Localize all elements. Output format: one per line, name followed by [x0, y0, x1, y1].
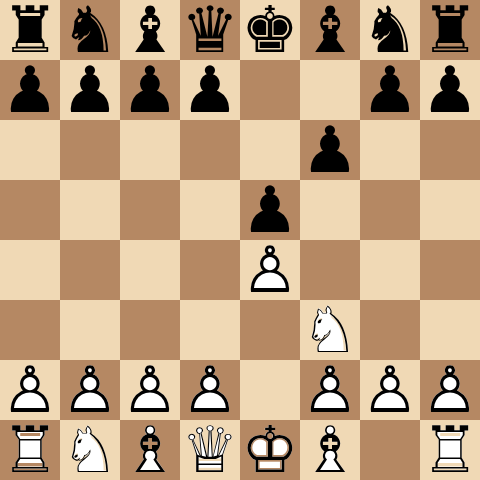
square-c8[interactable]: ♝ [120, 0, 180, 60]
square-d8[interactable]: ♛ [180, 0, 240, 60]
square-b1[interactable]: ♞♘ [60, 420, 120, 480]
black-piece-glyph: ♟ [300, 120, 360, 180]
white-rook-piece[interactable]: ♜♖ [420, 420, 480, 480]
square-h2[interactable]: ♟♙ [420, 360, 480, 420]
square-e3[interactable] [240, 300, 300, 360]
square-f8[interactable]: ♝ [300, 0, 360, 60]
square-a2[interactable]: ♟♙ [0, 360, 60, 420]
white-piece-fill-glyph: ♛ [180, 420, 240, 480]
white-piece-fill-glyph: ♟ [240, 240, 300, 300]
white-piece-fill-glyph: ♟ [180, 360, 240, 420]
black-piece-glyph: ♟ [360, 60, 420, 120]
white-piece-fill-glyph: ♟ [300, 360, 360, 420]
white-rook-piece[interactable]: ♜♖ [0, 420, 60, 480]
square-a6[interactable] [0, 120, 60, 180]
white-pawn-piece[interactable]: ♟♙ [240, 240, 300, 300]
square-f1[interactable]: ♝♗ [300, 420, 360, 480]
square-c3[interactable] [120, 300, 180, 360]
white-piece-outline-glyph: ♙ [300, 360, 360, 420]
square-e1[interactable]: ♚♔ [240, 420, 300, 480]
black-bishop-piece[interactable]: ♝ [300, 0, 360, 60]
black-piece-glyph: ♞ [360, 0, 420, 60]
white-piece-outline-glyph: ♖ [420, 420, 480, 480]
square-c1[interactable]: ♝♗ [120, 420, 180, 480]
square-b2[interactable]: ♟♙ [60, 360, 120, 420]
square-d2[interactable]: ♟♙ [180, 360, 240, 420]
square-b5[interactable] [60, 180, 120, 240]
black-pawn-piece[interactable]: ♟ [360, 60, 420, 120]
white-piece-outline-glyph: ♖ [0, 420, 60, 480]
square-h7[interactable]: ♟ [420, 60, 480, 120]
black-rook-piece[interactable]: ♜ [0, 0, 60, 60]
white-piece-fill-glyph: ♞ [300, 300, 360, 360]
white-bishop-piece[interactable]: ♝♗ [300, 420, 360, 480]
white-piece-outline-glyph: ♙ [420, 360, 480, 420]
white-piece-fill-glyph: ♝ [120, 420, 180, 480]
square-g3[interactable] [360, 300, 420, 360]
square-b6[interactable] [60, 120, 120, 180]
black-knight-piece[interactable]: ♞ [60, 0, 120, 60]
white-piece-fill-glyph: ♞ [60, 420, 120, 480]
white-knight-piece[interactable]: ♞♘ [60, 420, 120, 480]
white-pawn-piece[interactable]: ♟♙ [180, 360, 240, 420]
black-piece-glyph: ♝ [120, 0, 180, 60]
square-e8[interactable]: ♚ [240, 0, 300, 60]
white-bishop-piece[interactable]: ♝♗ [120, 420, 180, 480]
square-b8[interactable]: ♞ [60, 0, 120, 60]
square-h8[interactable]: ♜ [420, 0, 480, 60]
square-d1[interactable]: ♛♕ [180, 420, 240, 480]
white-piece-outline-glyph: ♙ [180, 360, 240, 420]
square-b7[interactable]: ♟ [60, 60, 120, 120]
square-f4[interactable] [300, 240, 360, 300]
white-piece-outline-glyph: ♙ [0, 360, 60, 420]
square-a4[interactable] [0, 240, 60, 300]
white-pawn-piece[interactable]: ♟♙ [420, 360, 480, 420]
square-b3[interactable] [60, 300, 120, 360]
black-piece-glyph: ♛ [180, 0, 240, 60]
square-e5[interactable]: ♟ [240, 180, 300, 240]
square-a1[interactable]: ♜♖ [0, 420, 60, 480]
square-g5[interactable] [360, 180, 420, 240]
black-rook-piece[interactable]: ♜ [420, 0, 480, 60]
black-pawn-piece[interactable]: ♟ [240, 180, 300, 240]
square-g2[interactable]: ♟♙ [360, 360, 420, 420]
white-piece-outline-glyph: ♕ [180, 420, 240, 480]
white-piece-outline-glyph: ♔ [240, 420, 300, 480]
square-g4[interactable] [360, 240, 420, 300]
black-pawn-piece[interactable]: ♟ [60, 60, 120, 120]
white-piece-outline-glyph: ♘ [300, 300, 360, 360]
square-d4[interactable] [180, 240, 240, 300]
black-piece-glyph: ♞ [60, 0, 120, 60]
white-piece-fill-glyph: ♜ [0, 420, 60, 480]
black-piece-glyph: ♝ [300, 0, 360, 60]
square-a5[interactable] [0, 180, 60, 240]
black-queen-piece[interactable]: ♛ [180, 0, 240, 60]
white-piece-outline-glyph: ♙ [120, 360, 180, 420]
square-d5[interactable] [180, 180, 240, 240]
white-piece-outline-glyph: ♗ [120, 420, 180, 480]
white-piece-fill-glyph: ♟ [60, 360, 120, 420]
white-piece-fill-glyph: ♜ [420, 420, 480, 480]
square-c2[interactable]: ♟♙ [120, 360, 180, 420]
white-pawn-piece[interactable]: ♟♙ [0, 360, 60, 420]
square-a3[interactable] [0, 300, 60, 360]
black-piece-glyph: ♟ [120, 60, 180, 120]
white-piece-outline-glyph: ♘ [60, 420, 120, 480]
black-piece-glyph: ♚ [240, 0, 300, 60]
white-piece-fill-glyph: ♟ [0, 360, 60, 420]
black-pawn-piece[interactable]: ♟ [420, 60, 480, 120]
square-e6[interactable] [240, 120, 300, 180]
white-piece-fill-glyph: ♟ [360, 360, 420, 420]
square-g8[interactable]: ♞ [360, 0, 420, 60]
white-pawn-piece[interactable]: ♟♙ [60, 360, 120, 420]
square-c7[interactable]: ♟ [120, 60, 180, 120]
square-d6[interactable] [180, 120, 240, 180]
square-g1[interactable] [360, 420, 420, 480]
white-piece-fill-glyph: ♟ [420, 360, 480, 420]
square-f6[interactable]: ♟ [300, 120, 360, 180]
black-pawn-piece[interactable]: ♟ [300, 120, 360, 180]
black-piece-glyph: ♟ [240, 180, 300, 240]
white-king-piece[interactable]: ♚♔ [240, 420, 300, 480]
chess-board: ♜♞♝♛♚♝♞♜♟♟♟♟♟♟♟♟♟♙♞♘♟♙♟♙♟♙♟♙♟♙♟♙♟♙♜♖♞♘♝♗… [0, 0, 480, 480]
square-h1[interactable]: ♜♖ [420, 420, 480, 480]
square-f2[interactable]: ♟♙ [300, 360, 360, 420]
square-h6[interactable] [420, 120, 480, 180]
black-pawn-piece[interactable]: ♟ [0, 60, 60, 120]
square-e7[interactable] [240, 60, 300, 120]
square-f5[interactable] [300, 180, 360, 240]
black-pawn-piece[interactable]: ♟ [120, 60, 180, 120]
square-c6[interactable] [120, 120, 180, 180]
square-h5[interactable] [420, 180, 480, 240]
white-queen-piece[interactable]: ♛♕ [180, 420, 240, 480]
black-piece-glyph: ♜ [0, 0, 60, 60]
black-piece-glyph: ♜ [420, 0, 480, 60]
white-pawn-piece[interactable]: ♟♙ [120, 360, 180, 420]
white-knight-piece[interactable]: ♞♘ [300, 300, 360, 360]
white-pawn-piece[interactable]: ♟♙ [360, 360, 420, 420]
square-f3[interactable]: ♞♘ [300, 300, 360, 360]
square-f7[interactable] [300, 60, 360, 120]
black-knight-piece[interactable]: ♞ [360, 0, 420, 60]
square-b4[interactable] [60, 240, 120, 300]
black-piece-glyph: ♟ [0, 60, 60, 120]
white-piece-outline-glyph: ♙ [60, 360, 120, 420]
square-c5[interactable] [120, 180, 180, 240]
black-piece-glyph: ♟ [60, 60, 120, 120]
white-piece-fill-glyph: ♚ [240, 420, 300, 480]
white-piece-outline-glyph: ♗ [300, 420, 360, 480]
white-piece-fill-glyph: ♝ [300, 420, 360, 480]
square-c4[interactable] [120, 240, 180, 300]
black-bishop-piece[interactable]: ♝ [120, 0, 180, 60]
black-piece-glyph: ♟ [180, 60, 240, 120]
square-h4[interactable] [420, 240, 480, 300]
black-piece-glyph: ♟ [420, 60, 480, 120]
square-a8[interactable]: ♜ [0, 0, 60, 60]
white-piece-outline-glyph: ♙ [360, 360, 420, 420]
white-pawn-piece[interactable]: ♟♙ [300, 360, 360, 420]
square-e4[interactable]: ♟♙ [240, 240, 300, 300]
square-g6[interactable] [360, 120, 420, 180]
square-g7[interactable]: ♟ [360, 60, 420, 120]
white-piece-fill-glyph: ♟ [120, 360, 180, 420]
white-piece-outline-glyph: ♙ [240, 240, 300, 300]
square-d7[interactable]: ♟ [180, 60, 240, 120]
square-d3[interactable] [180, 300, 240, 360]
black-king-piece[interactable]: ♚ [240, 0, 300, 60]
square-e2[interactable] [240, 360, 300, 420]
black-pawn-piece[interactable]: ♟ [180, 60, 240, 120]
square-a7[interactable]: ♟ [0, 60, 60, 120]
square-h3[interactable] [420, 300, 480, 360]
